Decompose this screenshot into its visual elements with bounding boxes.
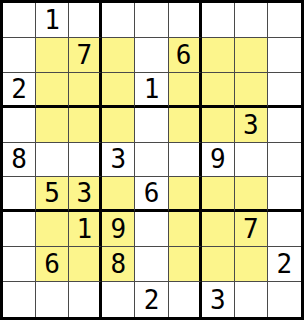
cell-r7c6[interactable] — [169, 212, 202, 247]
cell-r4c2[interactable] — [36, 108, 69, 143]
cell-r1c1[interactable] — [3, 3, 36, 38]
cell-r8c2[interactable]: 6 — [36, 247, 69, 282]
cell-r5c9[interactable] — [268, 143, 301, 178]
sudoku-board: 17621383953619768223 — [0, 0, 304, 320]
cell-r9c7[interactable]: 3 — [202, 282, 235, 317]
cell-r7c9[interactable] — [268, 212, 301, 247]
cell-r9c4[interactable] — [102, 282, 135, 317]
cell-r3c1[interactable]: 2 — [3, 73, 36, 108]
cell-r2c6[interactable]: 6 — [169, 38, 202, 73]
cell-r4c3[interactable] — [69, 108, 102, 143]
cell-r2c9[interactable] — [268, 38, 301, 73]
cell-r6c3[interactable]: 3 — [69, 177, 102, 212]
cell-r3c3[interactable] — [69, 73, 102, 108]
cell-r9c2[interactable] — [36, 282, 69, 317]
cell-r8c6[interactable] — [169, 247, 202, 282]
cell-r8c8[interactable] — [235, 247, 268, 282]
cell-r8c5[interactable] — [135, 247, 168, 282]
cell-r7c7[interactable] — [202, 212, 235, 247]
cell-r5c3[interactable] — [69, 143, 102, 178]
cell-r3c2[interactable] — [36, 73, 69, 108]
cell-r6c1[interactable] — [3, 177, 36, 212]
cell-r7c3[interactable]: 1 — [69, 212, 102, 247]
cell-r1c3[interactable] — [69, 3, 102, 38]
cell-r7c2[interactable] — [36, 212, 69, 247]
cell-r5c5[interactable] — [135, 143, 168, 178]
cell-r5c1[interactable]: 8 — [3, 143, 36, 178]
cell-r3c4[interactable] — [102, 73, 135, 108]
cell-r7c8[interactable]: 7 — [235, 212, 268, 247]
cell-r6c9[interactable] — [268, 177, 301, 212]
cell-r8c1[interactable] — [3, 247, 36, 282]
cell-r3c9[interactable] — [268, 73, 301, 108]
cell-r4c6[interactable] — [169, 108, 202, 143]
cell-r5c6[interactable] — [169, 143, 202, 178]
cell-r1c6[interactable] — [169, 3, 202, 38]
cell-r2c3[interactable]: 7 — [69, 38, 102, 73]
cell-r1c7[interactable] — [202, 3, 235, 38]
cell-r4c4[interactable] — [102, 108, 135, 143]
cell-r6c7[interactable] — [202, 177, 235, 212]
cell-r8c7[interactable] — [202, 247, 235, 282]
cell-r2c2[interactable] — [36, 38, 69, 73]
cell-r8c9[interactable]: 2 — [268, 247, 301, 282]
cell-r6c2[interactable]: 5 — [36, 177, 69, 212]
cell-r5c8[interactable] — [235, 143, 268, 178]
cell-r9c9[interactable] — [268, 282, 301, 317]
cell-r2c8[interactable] — [235, 38, 268, 73]
cell-r3c5[interactable]: 1 — [135, 73, 168, 108]
cell-r5c7[interactable]: 9 — [202, 143, 235, 178]
cell-r6c8[interactable] — [235, 177, 268, 212]
cell-r9c3[interactable] — [69, 282, 102, 317]
cell-r7c1[interactable] — [3, 212, 36, 247]
cell-r2c5[interactable] — [135, 38, 168, 73]
cell-r9c8[interactable] — [235, 282, 268, 317]
cell-r1c2[interactable]: 1 — [36, 3, 69, 38]
cell-r1c4[interactable] — [102, 3, 135, 38]
cell-r2c7[interactable] — [202, 38, 235, 73]
cell-r9c1[interactable] — [3, 282, 36, 317]
cell-r1c9[interactable] — [268, 3, 301, 38]
cell-r9c5[interactable]: 2 — [135, 282, 168, 317]
cell-r7c5[interactable] — [135, 212, 168, 247]
cell-r5c4[interactable]: 3 — [102, 143, 135, 178]
cell-r3c8[interactable] — [235, 73, 268, 108]
cell-r1c8[interactable] — [235, 3, 268, 38]
cell-r3c7[interactable] — [202, 73, 235, 108]
cell-r4c7[interactable] — [202, 108, 235, 143]
cell-r8c3[interactable] — [69, 247, 102, 282]
cell-r3c6[interactable] — [169, 73, 202, 108]
cell-r4c8[interactable]: 3 — [235, 108, 268, 143]
cell-r4c5[interactable] — [135, 108, 168, 143]
cell-r2c4[interactable] — [102, 38, 135, 73]
cell-r8c4[interactable]: 8 — [102, 247, 135, 282]
cell-r5c2[interactable] — [36, 143, 69, 178]
cell-r2c1[interactable] — [3, 38, 36, 73]
cell-r6c6[interactable] — [169, 177, 202, 212]
cell-r4c9[interactable] — [268, 108, 301, 143]
cell-r4c1[interactable] — [3, 108, 36, 143]
cell-r6c5[interactable]: 6 — [135, 177, 168, 212]
cell-r1c5[interactable] — [135, 3, 168, 38]
cell-r7c4[interactable]: 9 — [102, 212, 135, 247]
cell-r9c6[interactable] — [169, 282, 202, 317]
cell-r6c4[interactable] — [102, 177, 135, 212]
